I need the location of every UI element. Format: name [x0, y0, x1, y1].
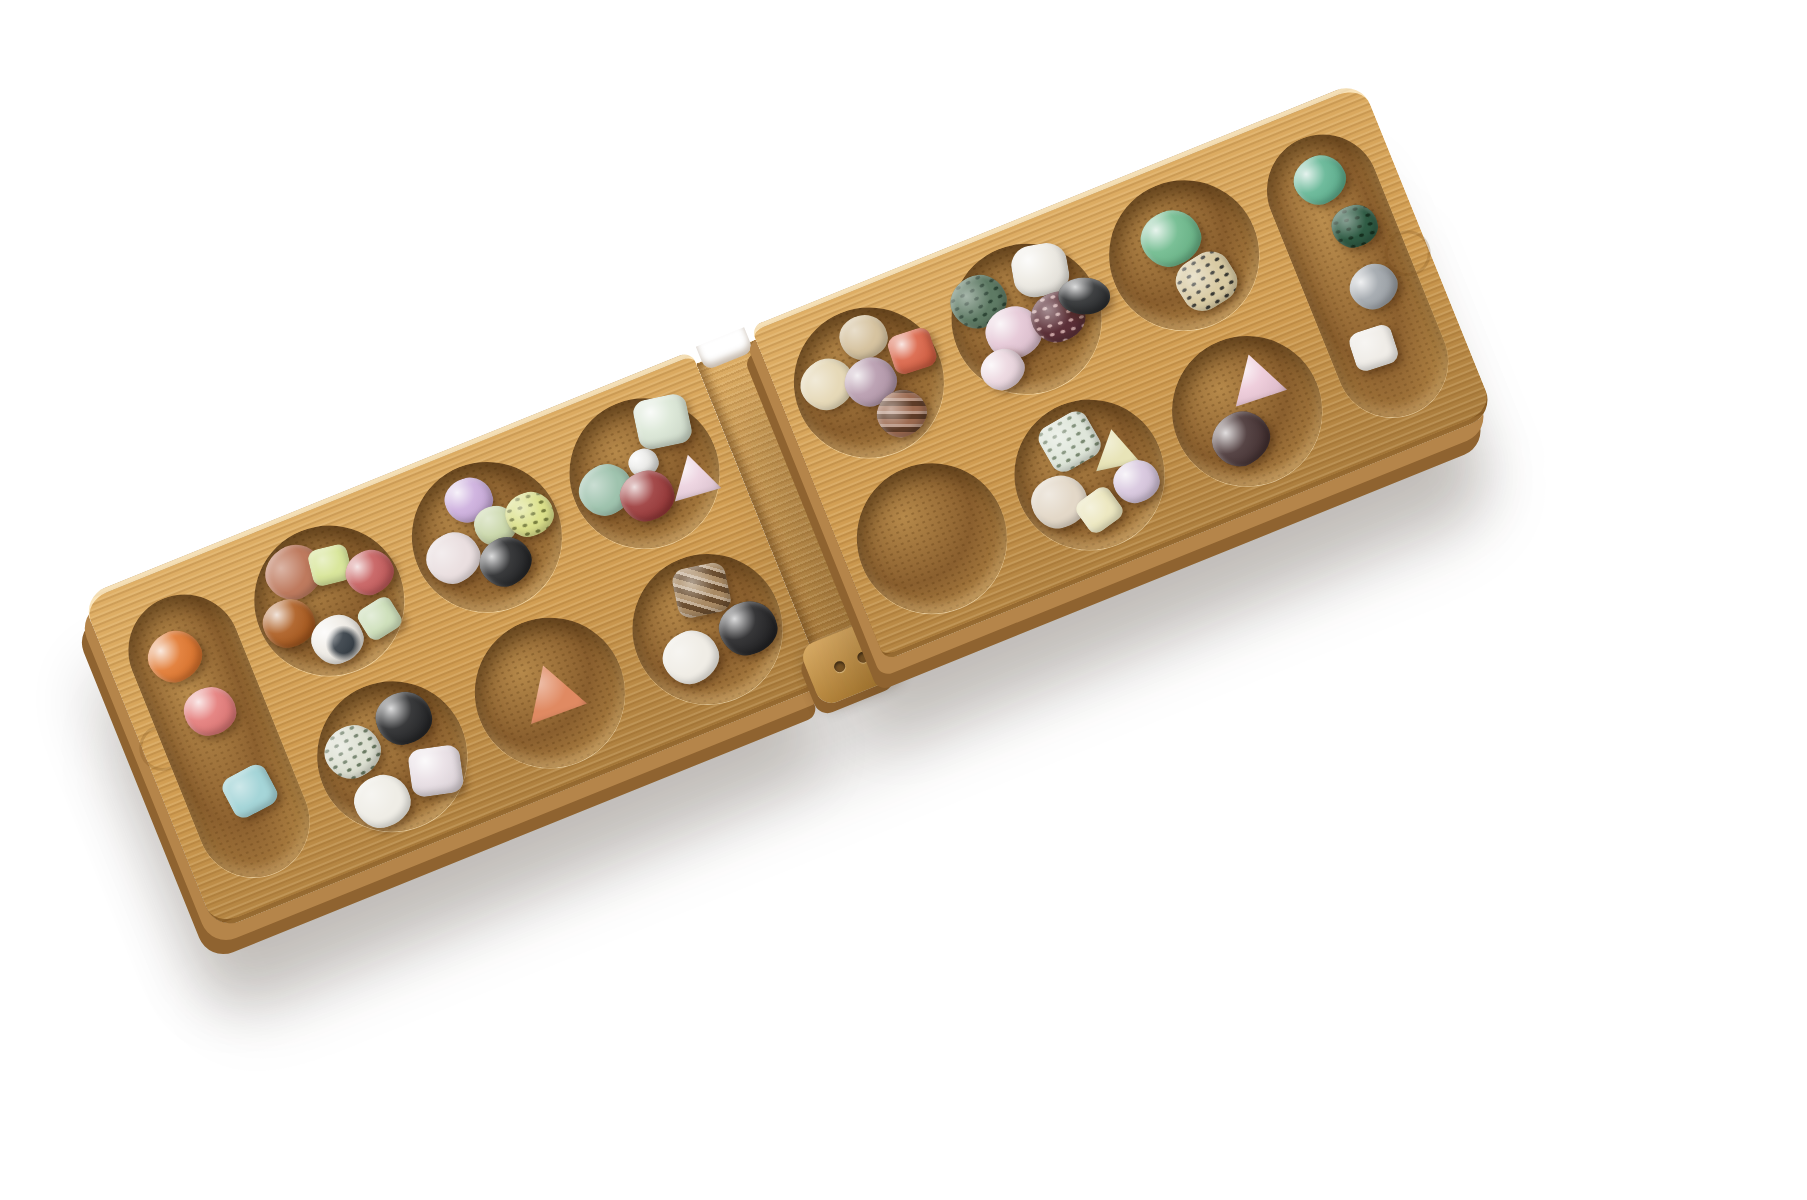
hinge-notch: [696, 327, 754, 371]
stone-white-quartz: [1347, 322, 1401, 374]
stone-pale-jade-white: [631, 392, 694, 452]
pit-b2[interactable]: [452, 595, 647, 790]
stone-black-obsidian: [370, 686, 437, 750]
pit-b4[interactable]: [834, 441, 1029, 636]
pit-a4[interactable]: [771, 285, 966, 480]
stone-rose-quartz: [1220, 344, 1290, 411]
hinge-pin-icon: [856, 650, 870, 664]
stone-white-quartzite: [654, 622, 727, 693]
pit-a2[interactable]: [389, 439, 584, 634]
stone-aqua-blue-quartz: [219, 761, 282, 822]
photo-background: [0, 0, 1807, 1200]
stone-orange-aventurine: [512, 653, 591, 729]
pit-a5[interactable]: [929, 221, 1124, 416]
pit-b5[interactable]: [992, 377, 1187, 572]
stone-dark-garnet: [1203, 401, 1280, 476]
stone-red-quartz: [338, 542, 400, 603]
stone-zebra-banded-agate: [670, 560, 733, 620]
stone-dark-moss-agate: [1327, 200, 1382, 252]
stone-white-green-agate: [1034, 406, 1106, 476]
hinge-pin-icon: [832, 659, 846, 673]
stone-orange-carnelian: [139, 621, 211, 691]
stone-pink-cherry-quartz: [180, 682, 241, 740]
pit-b6[interactable]: [1149, 313, 1344, 508]
stone-tan-jasper: [835, 310, 892, 364]
stone-clear-rose-quartz: [407, 744, 465, 799]
pit-a1[interactable]: [232, 503, 427, 698]
stone-teal-aventurine: [1286, 146, 1354, 213]
pit-a6[interactable]: [1086, 158, 1281, 353]
pit-b1[interactable]: [295, 659, 490, 854]
